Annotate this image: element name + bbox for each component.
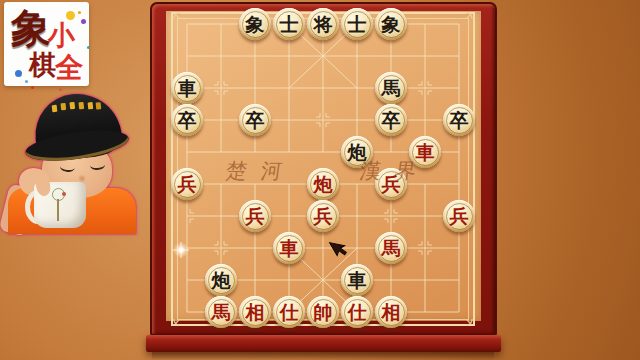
board-frame: 象士将士象車馬卒卒卒卒炮車兵炮兵兵兵兵車馬炮車馬相仕帥仕相 [150, 2, 497, 336]
piece-label: 象 [382, 15, 401, 34]
piece-label: 炮 [314, 175, 333, 194]
piece-label: 象 [246, 15, 265, 34]
move-highlight-star [173, 242, 189, 258]
piece-label: 馬 [382, 239, 401, 258]
piece-red-26[interactable]: 兵 [239, 200, 271, 232]
piece-black-40[interactable]: 将 [307, 8, 339, 40]
piece-label: 馬 [382, 79, 401, 98]
piece-label: 車 [280, 239, 299, 258]
piece-label: 炮 [212, 271, 231, 290]
piece-red-45[interactable]: 炮 [307, 168, 339, 200]
hat-text-decor [52, 105, 58, 112]
piece-red-19[interactable]: 馬 [205, 296, 237, 328]
river-label-chuhe: 楚河 [224, 157, 298, 185]
board-shadow [152, 352, 494, 360]
piece-label: 兵 [178, 175, 197, 194]
piece-red-49[interactable]: 帥 [307, 296, 339, 328]
piece-label: 兵 [450, 207, 469, 226]
piece-black-50[interactable]: 士 [341, 8, 373, 40]
streamer-photo-sticker [4, 92, 138, 234]
piece-red-46[interactable]: 兵 [307, 200, 339, 232]
mug-drawing-dot [62, 192, 66, 196]
piece-black-63[interactable]: 卒 [375, 104, 407, 136]
piece-label: 将 [314, 15, 333, 34]
piece-red-69[interactable]: 相 [375, 296, 407, 328]
piece-label: 相 [246, 303, 265, 322]
piece-label: 卒 [246, 111, 265, 130]
piece-red-59[interactable]: 仕 [341, 296, 373, 328]
piece-label: 卒 [178, 111, 197, 130]
piece-label: 仕 [348, 303, 367, 322]
piece-red-29[interactable]: 相 [239, 296, 271, 328]
piece-black-18[interactable]: 炮 [205, 264, 237, 296]
piece-red-67[interactable]: 馬 [375, 232, 407, 264]
piece-label: 卒 [450, 111, 469, 130]
piece-black-03[interactable]: 卒 [171, 104, 203, 136]
piece-black-23[interactable]: 卒 [239, 104, 271, 136]
piece-black-30[interactable]: 士 [273, 8, 305, 40]
piece-label: 車 [348, 271, 367, 290]
piece-black-20[interactable]: 象 [239, 8, 271, 40]
logo-char-quan: 全 [55, 54, 83, 82]
piece-black-58[interactable]: 車 [341, 264, 373, 296]
logo-char-qi: 棋 [29, 52, 56, 79]
piece-label: 士 [348, 15, 367, 34]
piece-black-60[interactable]: 象 [375, 8, 407, 40]
logo-char-xiang: 象 [11, 9, 51, 49]
river-label-hanjie: 漢界 [358, 157, 432, 185]
board-ledge [146, 335, 501, 352]
piece-black-02[interactable]: 車 [171, 72, 203, 104]
channel-logo-card: 象 小 棋 全 [4, 2, 89, 86]
paint-splatter-decor [66, 11, 75, 20]
piece-label: 士 [280, 15, 299, 34]
piece-label: 車 [178, 79, 197, 98]
piece-label: 兵 [246, 207, 265, 226]
logo-char-xiao: 小 [48, 23, 75, 50]
mug-drawing-line [57, 199, 59, 221]
app-screen: { "logo": { "chars": ["象", "小", "棋", "全"… [0, 0, 640, 360]
piece-label: 仕 [280, 303, 299, 322]
piece-red-37[interactable]: 車 [273, 232, 305, 264]
piece-black-62[interactable]: 馬 [375, 72, 407, 104]
piece-red-05[interactable]: 兵 [171, 168, 203, 200]
piece-label: 馬 [212, 303, 231, 322]
piece-label: 帥 [314, 303, 333, 322]
piece-red-86[interactable]: 兵 [443, 200, 475, 232]
piece-label: 相 [382, 303, 401, 322]
piece-label: 兵 [314, 207, 333, 226]
piece-black-83[interactable]: 卒 [443, 104, 475, 136]
piece-label: 卒 [382, 111, 401, 130]
piece-red-39[interactable]: 仕 [273, 296, 305, 328]
